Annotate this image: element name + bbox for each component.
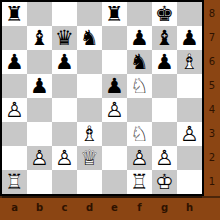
piece-white-pawn-h3[interactable]: ♙ — [177, 122, 202, 146]
piece-white-pawn-b2[interactable]: ♙ — [27, 146, 52, 170]
square-e5[interactable]: ♟ — [102, 74, 127, 98]
piece-black-rook-e8[interactable]: ♜ — [102, 2, 127, 26]
rank-label-1: 1 — [204, 170, 220, 194]
square-f3[interactable]: ♞♘ — [127, 122, 152, 146]
piece-black-bishop-g7[interactable]: ♝ — [152, 26, 177, 50]
file-label-h: h — [177, 198, 202, 220]
square-d8[interactable] — [77, 2, 102, 26]
rank-label-7: 7 — [204, 26, 220, 50]
piece-white-pawn-g2[interactable]: ♙ — [152, 146, 177, 170]
piece-white-pawn-c2[interactable]: ♙ — [52, 146, 77, 170]
square-f2[interactable]: ♟♙ — [127, 146, 152, 170]
piece-black-knight-f6[interactable]: ♞ — [127, 50, 152, 74]
square-d4[interactable] — [77, 98, 102, 122]
square-c5[interactable] — [52, 74, 77, 98]
square-b3[interactable] — [27, 122, 52, 146]
piece-white-bishop-h6[interactable]: ♗ — [177, 50, 202, 74]
square-h2[interactable] — [177, 146, 202, 170]
square-f7[interactable]: ♟ — [127, 26, 152, 50]
square-b1[interactable] — [27, 170, 52, 194]
square-d7[interactable]: ♞ — [77, 26, 102, 50]
square-b7[interactable]: ♝ — [27, 26, 52, 50]
board-grid: ♜♜♚♝♛♞♟♝♟♟♟♞♟♝♗♟♟♞♘♟♙♟♙♝♗♞♘♟♙♟♙♟♙♛♕♟♙♟♙♜… — [2, 2, 202, 194]
piece-black-pawn-h7[interactable]: ♟ — [177, 26, 202, 50]
piece-black-pawn-c6[interactable]: ♟ — [52, 50, 77, 74]
rank-label-8: 8 — [204, 2, 220, 26]
square-g7[interactable]: ♝ — [152, 26, 177, 50]
square-c3[interactable] — [52, 122, 77, 146]
square-c6[interactable]: ♟ — [52, 50, 77, 74]
file-label-d: d — [77, 198, 102, 220]
square-b4[interactable] — [27, 98, 52, 122]
square-a6[interactable]: ♟ — [2, 50, 27, 74]
piece-white-knight-f5[interactable]: ♘ — [127, 74, 152, 98]
square-h1[interactable] — [177, 170, 202, 194]
file-label-g: g — [152, 198, 177, 220]
square-e2[interactable] — [102, 146, 127, 170]
square-d3[interactable]: ♝♗ — [77, 122, 102, 146]
square-a1[interactable]: ♜♖ — [2, 170, 27, 194]
square-b5[interactable]: ♟ — [27, 74, 52, 98]
square-g2[interactable]: ♟♙ — [152, 146, 177, 170]
rank-label-3: 3 — [204, 122, 220, 146]
piece-white-king-g1[interactable]: ♔ — [152, 170, 177, 194]
piece-black-pawn-f7[interactable]: ♟ — [127, 26, 152, 50]
file-label-e: e — [102, 198, 127, 220]
chess-diagram: ♜♜♚♝♛♞♟♝♟♟♟♞♟♝♗♟♟♞♘♟♙♟♙♝♗♞♘♟♙♟♙♟♙♛♕♟♙♟♙♜… — [0, 0, 220, 220]
piece-black-king-g8[interactable]: ♚ — [152, 2, 177, 26]
square-e1[interactable] — [102, 170, 127, 194]
piece-black-bishop-b7[interactable]: ♝ — [27, 26, 52, 50]
square-g8[interactable]: ♚ — [152, 2, 177, 26]
square-b6[interactable] — [27, 50, 52, 74]
rank-label-6: 6 — [204, 50, 220, 74]
square-d1[interactable] — [77, 170, 102, 194]
square-f8[interactable] — [127, 2, 152, 26]
square-a2[interactable] — [2, 146, 27, 170]
piece-white-rook-f1[interactable]: ♖ — [127, 170, 152, 194]
square-c4[interactable] — [52, 98, 77, 122]
file-coordinates: abcdefgh — [2, 196, 202, 220]
square-b2[interactable]: ♟♙ — [27, 146, 52, 170]
square-h8[interactable] — [177, 2, 202, 26]
square-f4[interactable] — [127, 98, 152, 122]
square-e3[interactable] — [102, 122, 127, 146]
piece-white-knight-f3[interactable]: ♘ — [127, 122, 152, 146]
piece-black-pawn-e5[interactable]: ♟ — [102, 74, 127, 98]
rank-label-5: 5 — [204, 74, 220, 98]
piece-white-bishop-d3[interactable]: ♗ — [77, 122, 102, 146]
square-f1[interactable]: ♜♖ — [127, 170, 152, 194]
piece-black-pawn-a6[interactable]: ♟ — [2, 50, 27, 74]
square-c7[interactable]: ♛ — [52, 26, 77, 50]
square-g4[interactable] — [152, 98, 177, 122]
piece-white-pawn-f2[interactable]: ♙ — [127, 146, 152, 170]
square-a7[interactable] — [2, 26, 27, 50]
square-g1[interactable]: ♚♔ — [152, 170, 177, 194]
square-a8[interactable]: ♜ — [2, 2, 27, 26]
square-a5[interactable] — [2, 74, 27, 98]
square-b8[interactable] — [27, 2, 52, 26]
square-h6[interactable]: ♝♗ — [177, 50, 202, 74]
piece-white-pawn-a4[interactable]: ♙ — [2, 98, 27, 122]
file-label-f: f — [127, 198, 152, 220]
square-h7[interactable]: ♟ — [177, 26, 202, 50]
square-e7[interactable] — [102, 26, 127, 50]
piece-black-pawn-g6[interactable]: ♟ — [152, 50, 177, 74]
piece-white-queen-d2[interactable]: ♕ — [77, 146, 102, 170]
square-f5[interactable]: ♞♘ — [127, 74, 152, 98]
file-label-c: c — [52, 198, 77, 220]
square-c1[interactable] — [52, 170, 77, 194]
piece-black-queen-c7[interactable]: ♛ — [52, 26, 77, 50]
chess-board: ♜♜♚♝♛♞♟♝♟♟♟♞♟♝♗♟♟♞♘♟♙♟♙♝♗♞♘♟♙♟♙♟♙♛♕♟♙♟♙♜… — [0, 0, 204, 196]
rank-label-2: 2 — [204, 146, 220, 170]
square-a4[interactable]: ♟♙ — [2, 98, 27, 122]
rank-label-4: 4 — [204, 98, 220, 122]
piece-black-knight-d7[interactable]: ♞ — [77, 26, 102, 50]
square-e8[interactable]: ♜ — [102, 2, 127, 26]
square-g6[interactable]: ♟ — [152, 50, 177, 74]
square-h3[interactable]: ♟♙ — [177, 122, 202, 146]
piece-black-rook-a8[interactable]: ♜ — [2, 2, 27, 26]
piece-white-pawn-e4[interactable]: ♙ — [102, 98, 127, 122]
square-d5[interactable] — [77, 74, 102, 98]
square-g3[interactable] — [152, 122, 177, 146]
square-h4[interactable] — [177, 98, 202, 122]
square-h5[interactable] — [177, 74, 202, 98]
square-a3[interactable] — [2, 122, 27, 146]
rank-coordinates: 87654321 — [204, 2, 220, 194]
file-label-a: a — [2, 198, 27, 220]
square-d2[interactable]: ♛♕ — [77, 146, 102, 170]
square-e6[interactable] — [102, 50, 127, 74]
square-c2[interactable]: ♟♙ — [52, 146, 77, 170]
file-label-b: b — [27, 198, 52, 220]
piece-black-pawn-b5[interactable]: ♟ — [27, 74, 52, 98]
square-f6[interactable]: ♞ — [127, 50, 152, 74]
square-c8[interactable] — [52, 2, 77, 26]
piece-white-rook-a1[interactable]: ♖ — [2, 170, 27, 194]
square-d6[interactable] — [77, 50, 102, 74]
square-g5[interactable] — [152, 74, 177, 98]
square-e4[interactable]: ♟♙ — [102, 98, 127, 122]
